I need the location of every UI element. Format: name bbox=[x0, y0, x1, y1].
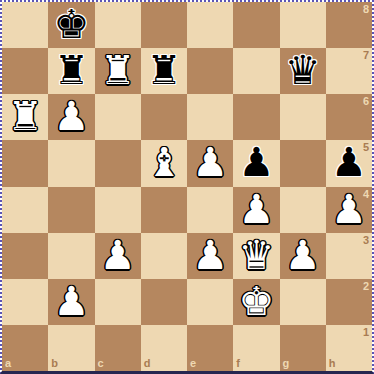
rank-label-3: 3 bbox=[363, 235, 369, 246]
rank-label-4: 4 bbox=[363, 189, 369, 200]
square-a6[interactable]: ♜ bbox=[2, 94, 48, 140]
piece-white-pawn-b2[interactable]: ♟ bbox=[53, 281, 89, 321]
square-e3[interactable]: ♟ bbox=[187, 233, 233, 279]
square-b8[interactable]: ♚ bbox=[48, 2, 94, 48]
piece-white-rook-c7[interactable]: ♜ bbox=[100, 50, 136, 90]
square-e8[interactable] bbox=[187, 2, 233, 48]
square-g2[interactable] bbox=[280, 279, 326, 325]
square-d3[interactable] bbox=[141, 233, 187, 279]
piece-white-pawn-c3[interactable]: ♟ bbox=[100, 235, 136, 275]
square-g8[interactable] bbox=[280, 2, 326, 48]
file-label-d: d bbox=[144, 358, 151, 369]
square-e4[interactable] bbox=[187, 187, 233, 233]
file-label-b: b bbox=[51, 358, 58, 369]
square-d5[interactable]: ♝ bbox=[141, 140, 187, 186]
square-e2[interactable] bbox=[187, 279, 233, 325]
square-c7[interactable]: ♜ bbox=[95, 48, 141, 94]
square-d6[interactable] bbox=[141, 94, 187, 140]
square-a3[interactable] bbox=[2, 233, 48, 279]
piece-black-pawn-h5[interactable]: ♟ bbox=[331, 142, 367, 182]
square-b3[interactable] bbox=[48, 233, 94, 279]
square-f7[interactable] bbox=[233, 48, 279, 94]
square-h8[interactable]: 8 bbox=[326, 2, 372, 48]
square-f6[interactable] bbox=[233, 94, 279, 140]
square-e5[interactable]: ♟ bbox=[187, 140, 233, 186]
square-a8[interactable] bbox=[2, 2, 48, 48]
piece-black-pawn-f5[interactable]: ♟ bbox=[238, 142, 274, 182]
square-a2[interactable] bbox=[2, 279, 48, 325]
square-f2[interactable]: ♚ bbox=[233, 279, 279, 325]
square-e6[interactable] bbox=[187, 94, 233, 140]
square-g7[interactable]: ♛ bbox=[280, 48, 326, 94]
rank-label-1: 1 bbox=[363, 327, 369, 338]
piece-white-king-f2[interactable]: ♚ bbox=[238, 281, 274, 321]
rank-label-5: 5 bbox=[363, 142, 369, 153]
square-a4[interactable] bbox=[2, 187, 48, 233]
file-label-g: g bbox=[283, 358, 290, 369]
square-a1[interactable]: a bbox=[2, 325, 48, 371]
square-b2[interactable]: ♟ bbox=[48, 279, 94, 325]
square-e7[interactable] bbox=[187, 48, 233, 94]
square-d8[interactable] bbox=[141, 2, 187, 48]
square-d2[interactable] bbox=[141, 279, 187, 325]
piece-white-rook-a6[interactable]: ♜ bbox=[7, 96, 43, 136]
piece-black-king-b8[interactable]: ♚ bbox=[53, 4, 89, 44]
square-g4[interactable] bbox=[280, 187, 326, 233]
piece-white-pawn-f4[interactable]: ♟ bbox=[238, 189, 274, 229]
piece-white-pawn-h4[interactable]: ♟ bbox=[331, 189, 367, 229]
board-selection-frame: ♚8♜♜♜♛7♜♟6♝♟♟♟5♟♟4♟♟♛♟3♟♚2abcdefgh1 bbox=[0, 0, 374, 374]
rank-label-8: 8 bbox=[363, 4, 369, 15]
rank-label-7: 7 bbox=[363, 50, 369, 61]
square-b4[interactable] bbox=[48, 187, 94, 233]
piece-black-queen-g7[interactable]: ♛ bbox=[285, 50, 321, 90]
square-d4[interactable] bbox=[141, 187, 187, 233]
square-f4[interactable]: ♟ bbox=[233, 187, 279, 233]
square-h4[interactable]: ♟4 bbox=[326, 187, 372, 233]
square-h6[interactable]: 6 bbox=[326, 94, 372, 140]
square-c6[interactable] bbox=[95, 94, 141, 140]
piece-white-bishop-d5[interactable]: ♝ bbox=[146, 142, 182, 182]
square-b6[interactable]: ♟ bbox=[48, 94, 94, 140]
square-c3[interactable]: ♟ bbox=[95, 233, 141, 279]
piece-white-pawn-b6[interactable]: ♟ bbox=[53, 96, 89, 136]
piece-white-pawn-e5[interactable]: ♟ bbox=[192, 142, 228, 182]
square-b7[interactable]: ♜ bbox=[48, 48, 94, 94]
square-h3[interactable]: 3 bbox=[326, 233, 372, 279]
square-a5[interactable] bbox=[2, 140, 48, 186]
piece-white-queen-f3[interactable]: ♛ bbox=[238, 235, 274, 275]
file-label-h: h bbox=[329, 358, 336, 369]
square-c5[interactable] bbox=[95, 140, 141, 186]
file-label-a: a bbox=[5, 358, 11, 369]
piece-white-pawn-g3[interactable]: ♟ bbox=[285, 235, 321, 275]
rank-label-6: 6 bbox=[363, 96, 369, 107]
piece-white-pawn-e3[interactable]: ♟ bbox=[192, 235, 228, 275]
square-h1[interactable]: h1 bbox=[326, 325, 372, 371]
square-b5[interactable] bbox=[48, 140, 94, 186]
square-d1[interactable]: d bbox=[141, 325, 187, 371]
square-h2[interactable]: 2 bbox=[326, 279, 372, 325]
square-g1[interactable]: g bbox=[280, 325, 326, 371]
square-g5[interactable] bbox=[280, 140, 326, 186]
square-g6[interactable] bbox=[280, 94, 326, 140]
square-c8[interactable] bbox=[95, 2, 141, 48]
file-label-e: e bbox=[190, 358, 196, 369]
square-e1[interactable]: e bbox=[187, 325, 233, 371]
rank-label-2: 2 bbox=[363, 281, 369, 292]
chess-board: ♚8♜♜♜♛7♜♟6♝♟♟♟5♟♟4♟♟♛♟3♟♚2abcdefgh1 bbox=[2, 2, 372, 371]
square-c4[interactable] bbox=[95, 187, 141, 233]
square-h7[interactable]: 7 bbox=[326, 48, 372, 94]
square-c1[interactable]: c bbox=[95, 325, 141, 371]
square-a7[interactable] bbox=[2, 48, 48, 94]
square-f1[interactable]: f bbox=[233, 325, 279, 371]
square-c2[interactable] bbox=[95, 279, 141, 325]
file-label-f: f bbox=[236, 358, 240, 369]
square-b1[interactable]: b bbox=[48, 325, 94, 371]
square-f3[interactable]: ♛ bbox=[233, 233, 279, 279]
piece-black-rook-d7[interactable]: ♜ bbox=[146, 50, 182, 90]
file-label-c: c bbox=[98, 358, 104, 369]
square-f8[interactable] bbox=[233, 2, 279, 48]
square-g3[interactable]: ♟ bbox=[280, 233, 326, 279]
piece-black-rook-b7[interactable]: ♜ bbox=[53, 50, 89, 90]
square-d7[interactable]: ♜ bbox=[141, 48, 187, 94]
square-h5[interactable]: ♟5 bbox=[326, 140, 372, 186]
square-f5[interactable]: ♟ bbox=[233, 140, 279, 186]
